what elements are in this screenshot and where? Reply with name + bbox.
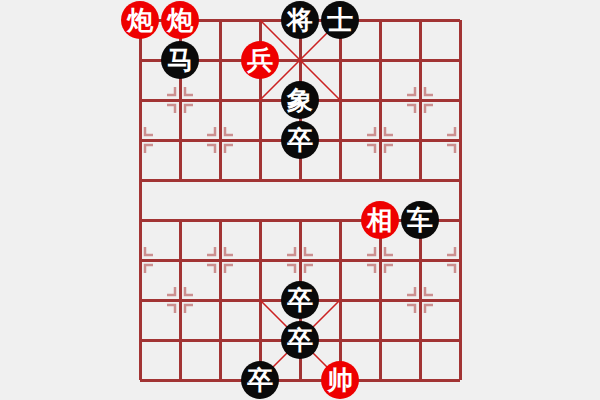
xiangqi-diagram: 炮炮将士马兵象卒相车卒卒卒帅	[0, 0, 600, 400]
piece-black-soldier[interactable]: 卒	[281, 121, 319, 159]
piece-black-elephant[interactable]: 象	[281, 81, 319, 119]
piece-red-cannon[interactable]: 炮	[161, 1, 199, 39]
piece-grid: 炮炮将士马兵象卒相车卒卒卒帅	[120, 0, 480, 400]
piece-black-chariot[interactable]: 车	[401, 201, 439, 239]
piece-black-advisor[interactable]: 士	[321, 1, 359, 39]
piece-red-soldier[interactable]: 兵	[241, 41, 279, 79]
piece-red-general[interactable]: 帅	[321, 361, 359, 399]
piece-red-elephant[interactable]: 相	[361, 201, 399, 239]
piece-black-soldier[interactable]: 卒	[281, 321, 319, 359]
piece-black-soldier[interactable]: 卒	[281, 281, 319, 319]
piece-black-soldier[interactable]: 卒	[241, 361, 279, 399]
piece-red-cannon[interactable]: 炮	[121, 1, 159, 39]
xiangqi-board: 炮炮将士马兵象卒相车卒卒卒帅	[120, 0, 480, 400]
piece-black-general[interactable]: 将	[281, 1, 319, 39]
piece-black-horse[interactable]: 马	[161, 41, 199, 79]
